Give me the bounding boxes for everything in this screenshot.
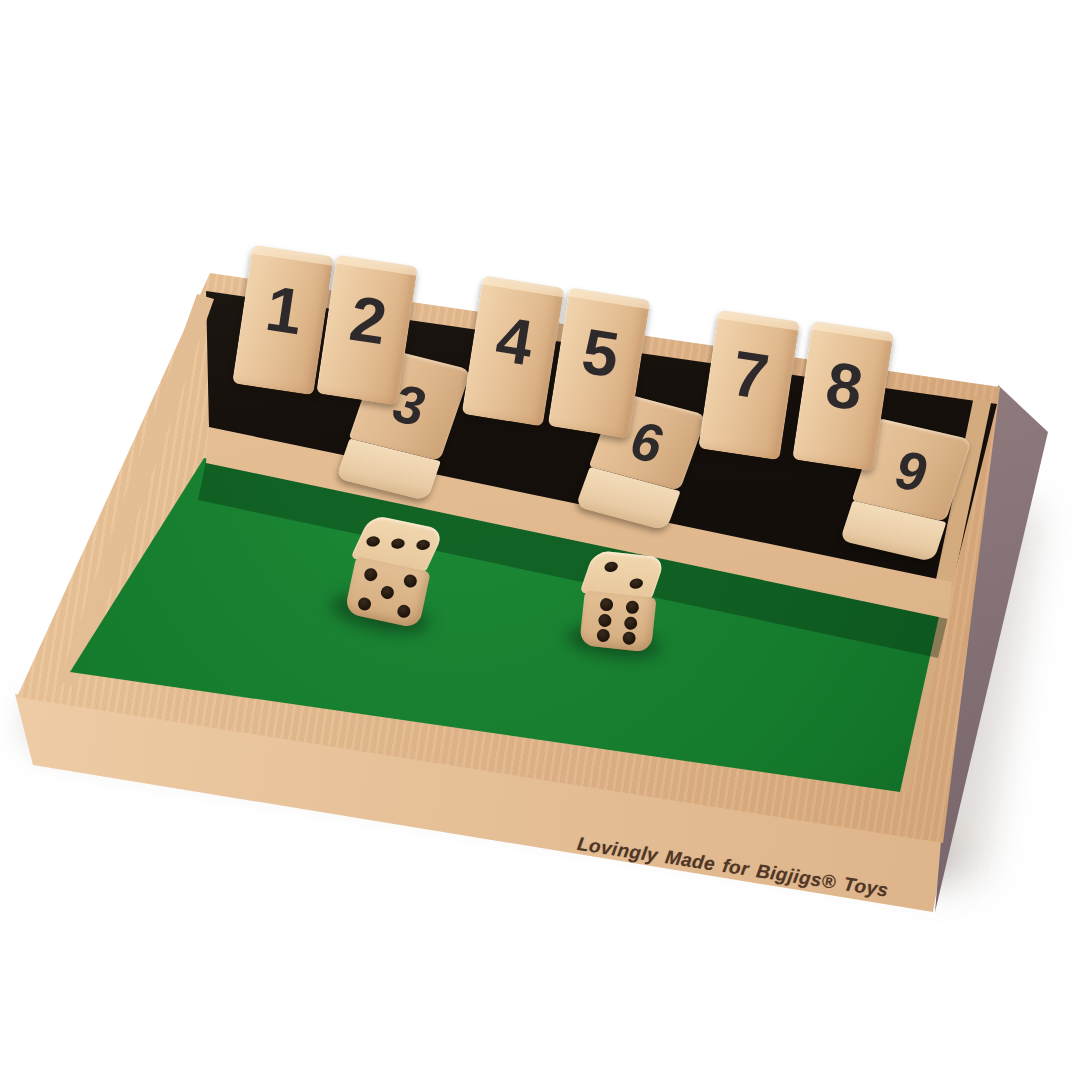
shut-the-box-photo: Lovingly Made for Bigjigs® Toys 12345678…: [0, 0, 1080, 1080]
pip: [622, 631, 636, 645]
pip: [380, 585, 395, 600]
pip: [357, 597, 372, 612]
die-right-front-face-6: [579, 590, 656, 652]
pip: [599, 598, 613, 612]
tile-number: 1: [239, 272, 330, 347]
pip: [598, 613, 612, 627]
pip: [624, 616, 638, 630]
pip: [389, 537, 406, 550]
tile-number: 2: [323, 282, 414, 357]
pip: [596, 628, 610, 642]
tile-number: 7: [705, 337, 796, 412]
pip: [628, 578, 644, 590]
tile-number: 4: [469, 303, 560, 379]
tile-number: 5: [555, 315, 646, 391]
pip: [363, 567, 378, 582]
die-right[interactable]: [579, 549, 661, 652]
pip: [625, 600, 639, 614]
tile-number: 8: [799, 348, 890, 423]
pip: [364, 535, 381, 548]
pip: [602, 561, 618, 573]
pip: [402, 573, 417, 588]
pip: [396, 603, 411, 618]
pip: [415, 539, 432, 552]
